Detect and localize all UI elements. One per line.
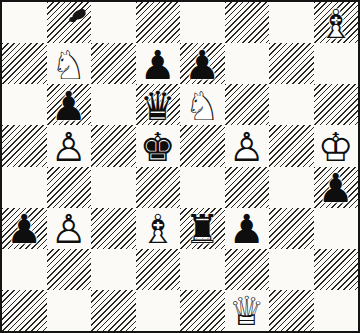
square-b8 (47, 2, 92, 43)
square-e4 (180, 167, 225, 208)
square-h8: ♝♗ (314, 2, 359, 43)
square-e6: ♞♘ (180, 84, 225, 125)
square-h2 (314, 249, 359, 290)
square-e7: ♟♟ (180, 43, 225, 84)
piece-glyph: ♗ (136, 208, 181, 249)
piece-glyph: ♛ (136, 84, 181, 125)
square-g8 (269, 2, 314, 43)
piece-white-pawn: ♟♙ (47, 125, 92, 166)
square-f7 (225, 43, 270, 84)
piece-glyph: ♙ (47, 208, 92, 249)
square-g5 (269, 125, 314, 166)
square-a6 (2, 84, 47, 125)
piece-white-king: ♚♔ (314, 125, 359, 166)
piece-glyph: ♙ (225, 125, 270, 166)
piece-black-pawn: ♟♟ (136, 43, 181, 84)
square-a7 (2, 43, 47, 84)
piece-glyph: ♟ (225, 208, 270, 249)
square-d4 (136, 167, 181, 208)
square-d5: ♚♚ (136, 125, 181, 166)
square-c7 (91, 43, 136, 84)
piece-glyph: ♘ (180, 84, 225, 125)
piece-white-bishop: ♝♗ (314, 2, 359, 43)
square-a4 (2, 167, 47, 208)
piece-glyph: ♟ (314, 167, 359, 208)
square-d8 (136, 2, 181, 43)
piece-black-rook: ♜♜ (180, 208, 225, 249)
square-h4: ♟♟ (314, 167, 359, 208)
square-a2 (2, 249, 47, 290)
square-c1 (91, 290, 136, 331)
piece-white-pawn: ♟♙ (225, 125, 270, 166)
square-g4 (269, 167, 314, 208)
square-c5 (91, 125, 136, 166)
square-h3 (314, 208, 359, 249)
piece-white-bishop: ♝♗ (136, 208, 181, 249)
piece-glyph: ♘ (47, 43, 92, 84)
square-h7 (314, 43, 359, 84)
piece-glyph: ♔ (314, 125, 359, 166)
square-a3: ♟♟ (2, 208, 47, 249)
piece-glyph: ♕ (225, 290, 270, 331)
square-b4 (47, 167, 92, 208)
square-d2 (136, 249, 181, 290)
square-h5: ♚♔ (314, 125, 359, 166)
square-e8 (180, 2, 225, 43)
square-b6: ♟♟ (47, 84, 92, 125)
piece-glyph: ♟ (136, 43, 181, 84)
piece-white-knight: ♞♘ (47, 43, 92, 84)
piece-black-pawn: ♟♟ (2, 208, 47, 249)
square-d1 (136, 290, 181, 331)
square-g2 (269, 249, 314, 290)
square-h1 (314, 290, 359, 331)
square-g3 (269, 208, 314, 249)
square-g7 (269, 43, 314, 84)
piece-black-pawn: ♟♟ (47, 84, 92, 125)
square-c2 (91, 249, 136, 290)
square-b3: ♟♙ (47, 208, 92, 249)
piece-glyph: ♟ (2, 208, 47, 249)
square-c4 (91, 167, 136, 208)
square-c3 (91, 208, 136, 249)
piece-black-pawn: ♟♟ (225, 208, 270, 249)
square-d6: ♛♛ (136, 84, 181, 125)
square-e5 (180, 125, 225, 166)
square-e3: ♜♜ (180, 208, 225, 249)
piece-glyph: ♜ (180, 208, 225, 249)
square-a8 (2, 2, 47, 43)
square-b1 (47, 290, 92, 331)
square-f8 (225, 2, 270, 43)
square-c8 (91, 2, 136, 43)
square-f3: ♟♟ (225, 208, 270, 249)
square-a5 (2, 125, 47, 166)
piece-black-king: ♚♚ (136, 125, 181, 166)
square-e1 (180, 290, 225, 331)
piece-glyph: ♟ (47, 84, 92, 125)
square-d3: ♝♗ (136, 208, 181, 249)
square-c6 (91, 84, 136, 125)
square-f6 (225, 84, 270, 125)
square-f1: ♛♕ (225, 290, 270, 331)
square-f4 (225, 167, 270, 208)
square-g1 (269, 290, 314, 331)
square-b5: ♟♙ (47, 125, 92, 166)
square-b7: ♞♘ (47, 43, 92, 84)
square-g6 (269, 84, 314, 125)
square-f2 (225, 249, 270, 290)
piece-glyph: ♙ (47, 125, 92, 166)
square-f5: ♟♙ (225, 125, 270, 166)
piece-glyph: ♚ (136, 125, 181, 166)
piece-glyph: ♗ (314, 2, 359, 43)
chess-board: ♝♗♞♘♟♟♟♟♟♟♛♛♞♘♟♙♚♚♟♙♚♔♟♟♟♟♟♙♝♗♜♜♟♟♛♕ (0, 0, 360, 333)
piece-black-pawn: ♟♟ (314, 167, 359, 208)
square-b2 (47, 249, 92, 290)
piece-white-queen: ♛♕ (225, 290, 270, 331)
square-d7: ♟♟ (136, 43, 181, 84)
piece-white-knight: ♞♘ (180, 84, 225, 125)
piece-glyph: ♟ (180, 43, 225, 84)
piece-white-pawn: ♟♙ (47, 208, 92, 249)
piece-black-queen: ♛♛ (136, 84, 181, 125)
piece-black-pawn: ♟♟ (180, 43, 225, 84)
square-h6 (314, 84, 359, 125)
square-a1 (2, 290, 47, 331)
square-e2 (180, 249, 225, 290)
